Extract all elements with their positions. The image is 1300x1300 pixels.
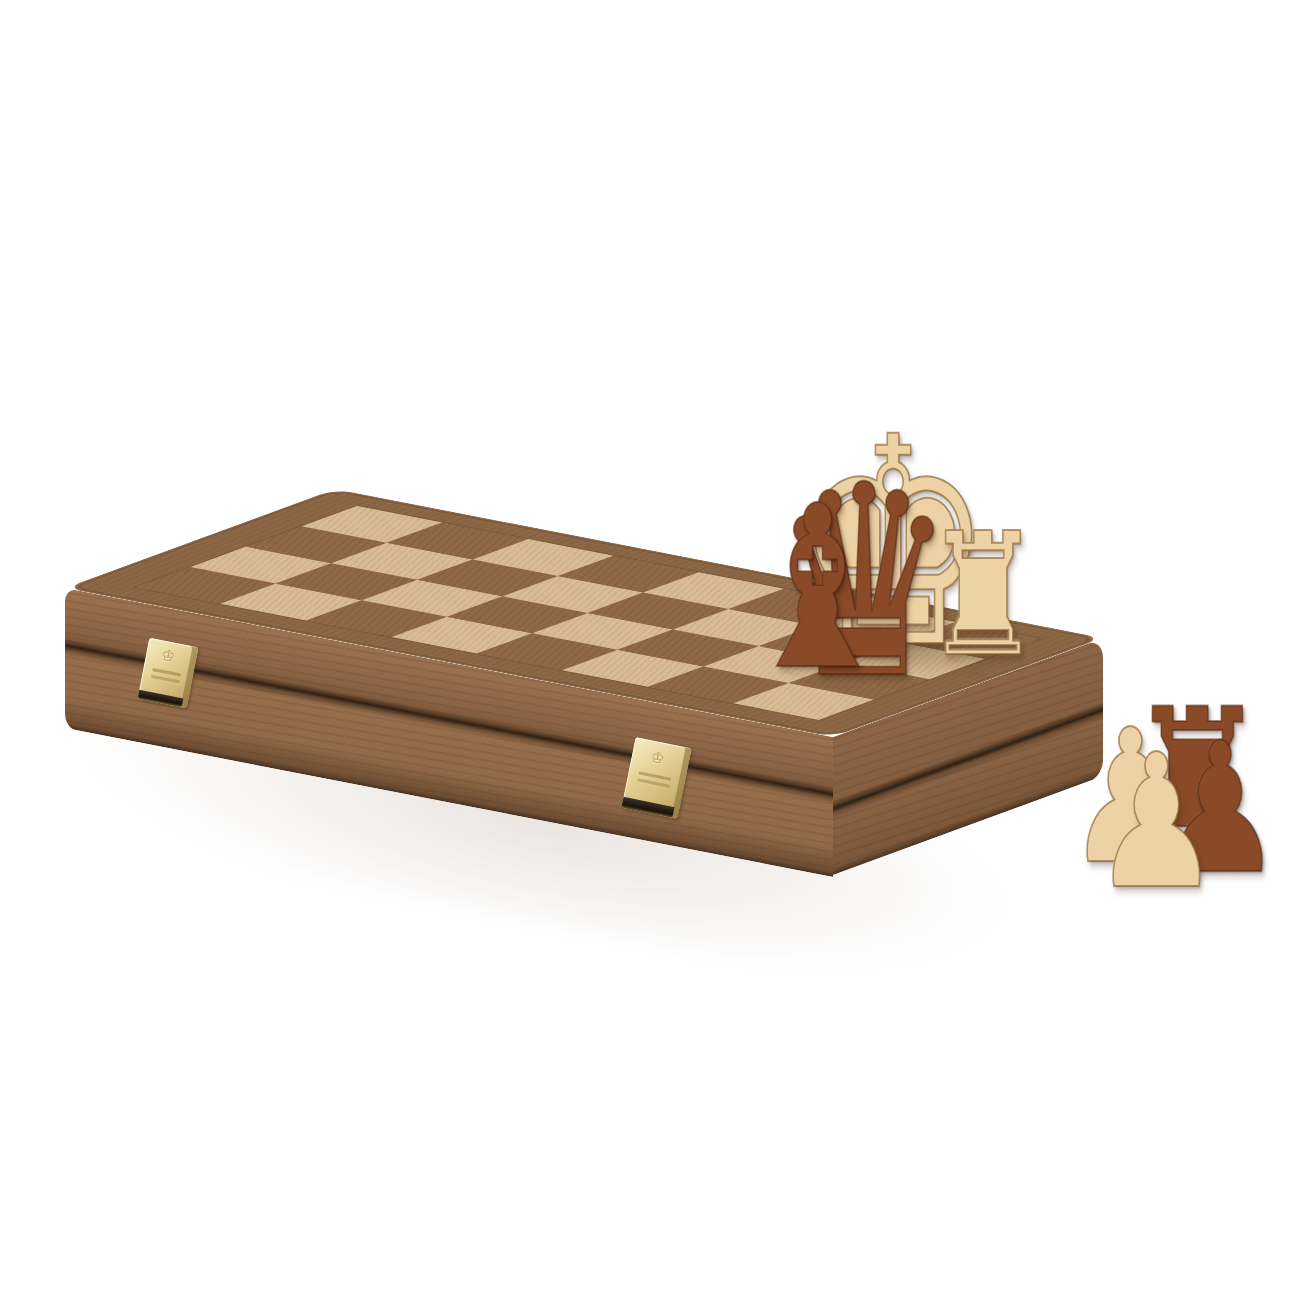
crown-logo-icon: ♔ <box>631 745 684 770</box>
crown-logo-icon: ♔ <box>145 645 191 668</box>
clasp-engraving <box>152 668 181 676</box>
chess-piece-light-rook[interactable]: ♜ <box>917 510 1050 680</box>
chess-piece-light-pawn-b[interactable]: ♟ <box>1084 730 1228 915</box>
clasp-engraving <box>639 772 672 782</box>
product-photo: ♔ ♔ ♝♛♚♜♟♟♜♟ <box>0 0 1300 1300</box>
chess-piece-dark-bishop[interactable]: ♝ <box>729 476 905 701</box>
